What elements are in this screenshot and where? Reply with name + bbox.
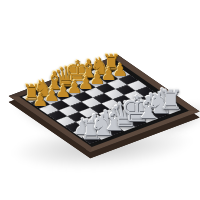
gold-pawn-piece[interactable]: ♟ <box>112 61 128 79</box>
silver-rook-piece[interactable]: ♜ <box>159 87 183 114</box>
chess-set-photo: ♜♞♝♛♚♝♞♜♟♟♟♟♟♟♟♟♟♟♟♟♟♟♟♟♜♞♝♛♚♝♞♜ <box>0 0 200 200</box>
